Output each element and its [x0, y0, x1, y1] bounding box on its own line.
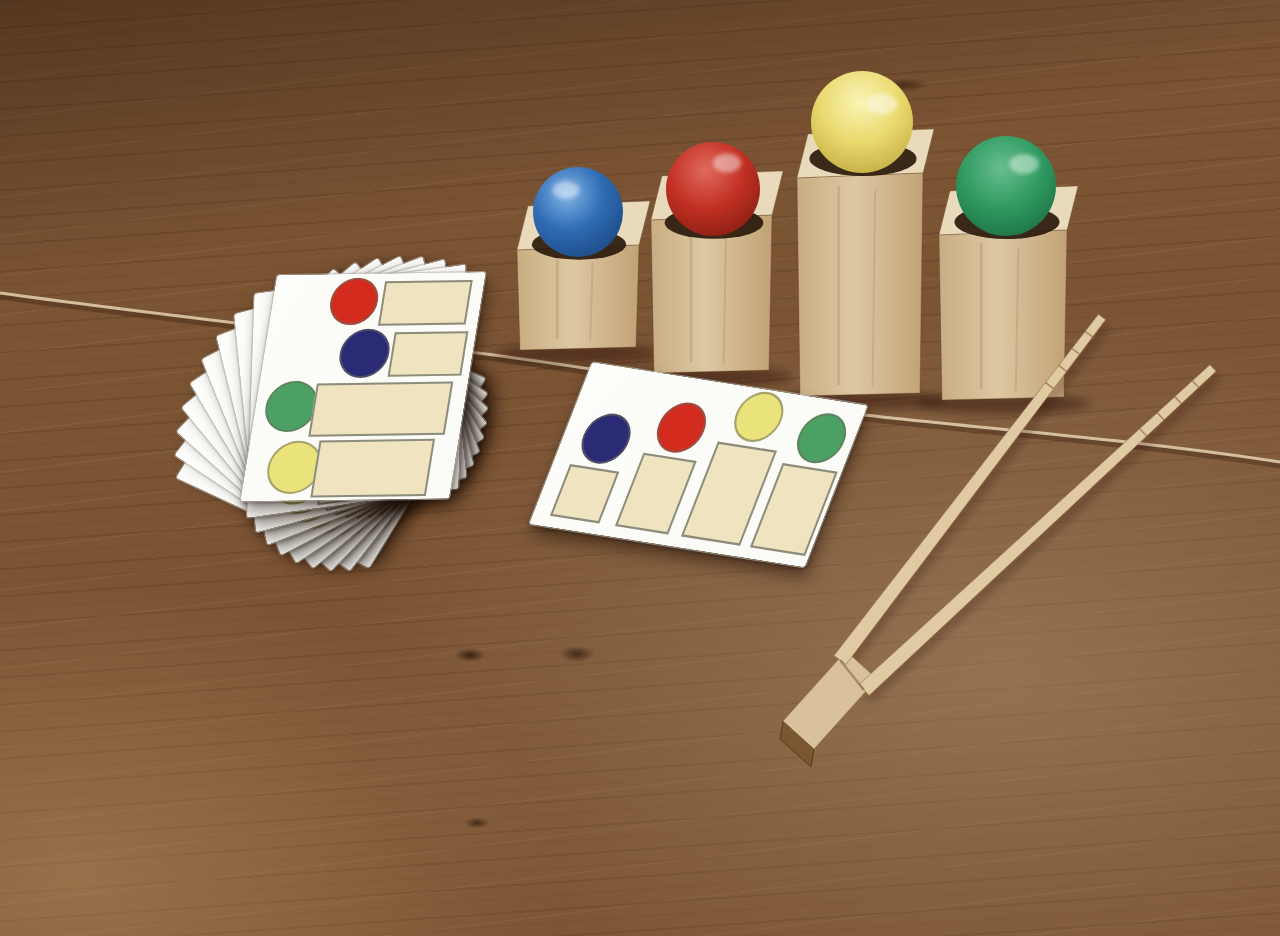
scene-wood-floor — [0, 0, 1280, 936]
ball-highlight — [553, 181, 580, 199]
scene-art — [0, 0, 1280, 936]
block-blue[interactable] — [495, 167, 661, 364]
block-front-face — [797, 173, 923, 396]
tong-base — [783, 651, 877, 749]
block-front-face — [939, 230, 1067, 400]
ball-blue[interactable] — [533, 167, 623, 257]
ball-green[interactable] — [956, 136, 1056, 236]
ball-red[interactable] — [666, 142, 760, 236]
block-front-face — [517, 245, 639, 350]
ball-highlight — [867, 94, 898, 114]
ball-yellow[interactable] — [811, 71, 913, 173]
ball-highlight — [713, 154, 741, 173]
block-red[interactable] — [629, 142, 794, 387]
block-yellow[interactable] — [774, 71, 945, 410]
ball-highlight — [1009, 154, 1039, 174]
